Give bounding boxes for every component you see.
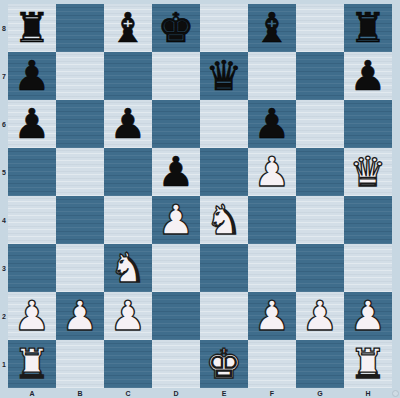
square-c8[interactable]: ♝ xyxy=(104,4,152,52)
square-g2[interactable]: ♟ xyxy=(296,292,344,340)
square-f6[interactable]: ♟ xyxy=(248,100,296,148)
square-e4[interactable]: ♞ xyxy=(200,196,248,244)
file-label-g: G xyxy=(296,388,344,398)
square-g6[interactable] xyxy=(296,100,344,148)
square-a6[interactable]: ♟ xyxy=(8,100,56,148)
piece-black-queen[interactable]: ♛ xyxy=(200,52,248,100)
file-label-d: D xyxy=(152,388,200,398)
square-a8[interactable]: ♜ xyxy=(8,4,56,52)
square-a7[interactable]: ♟ xyxy=(8,52,56,100)
square-g3[interactable] xyxy=(296,244,344,292)
square-f5[interactable]: ♟ xyxy=(248,148,296,196)
square-c6[interactable]: ♟ xyxy=(104,100,152,148)
square-f4[interactable] xyxy=(248,196,296,244)
piece-white-pawn[interactable]: ♟ xyxy=(344,292,392,340)
piece-white-pawn[interactable]: ♟ xyxy=(8,292,56,340)
square-c5[interactable] xyxy=(104,148,152,196)
piece-black-pawn[interactable]: ♟ xyxy=(8,100,56,148)
square-h8[interactable]: ♜ xyxy=(344,4,392,52)
piece-white-queen[interactable]: ♛ xyxy=(344,148,392,196)
square-b6[interactable] xyxy=(56,100,104,148)
file-label-c: C xyxy=(104,388,152,398)
square-b8[interactable] xyxy=(56,4,104,52)
piece-white-pawn[interactable]: ♟ xyxy=(56,292,104,340)
square-d7[interactable] xyxy=(152,52,200,100)
piece-black-king[interactable]: ♚ xyxy=(152,4,200,52)
rank-label-8: 8 xyxy=(0,4,8,52)
square-e3[interactable] xyxy=(200,244,248,292)
piece-black-pawn[interactable]: ♟ xyxy=(8,52,56,100)
square-g4[interactable] xyxy=(296,196,344,244)
square-d3[interactable] xyxy=(152,244,200,292)
rank-label-2: 2 xyxy=(0,292,8,340)
square-a2[interactable]: ♟ xyxy=(8,292,56,340)
file-label-h: H xyxy=(344,388,392,398)
square-c3[interactable]: ♞ xyxy=(104,244,152,292)
square-f3[interactable] xyxy=(248,244,296,292)
piece-white-pawn[interactable]: ♟ xyxy=(296,292,344,340)
file-label-e: E xyxy=(200,388,248,398)
square-g7[interactable] xyxy=(296,52,344,100)
square-d2[interactable] xyxy=(152,292,200,340)
square-b4[interactable] xyxy=(56,196,104,244)
rank-label-6: 6 xyxy=(0,100,8,148)
piece-black-pawn[interactable]: ♟ xyxy=(152,148,200,196)
square-a1[interactable]: ♜ xyxy=(8,340,56,388)
square-f8[interactable]: ♝ xyxy=(248,4,296,52)
corner-dot xyxy=(392,390,399,397)
square-h1[interactable]: ♜ xyxy=(344,340,392,388)
square-h2[interactable]: ♟ xyxy=(344,292,392,340)
piece-white-pawn[interactable]: ♟ xyxy=(152,196,200,244)
square-h6[interactable] xyxy=(344,100,392,148)
piece-black-rook[interactable]: ♜ xyxy=(344,4,392,52)
piece-black-pawn[interactable]: ♟ xyxy=(104,100,152,148)
piece-black-rook[interactable]: ♜ xyxy=(8,4,56,52)
square-d5[interactable]: ♟ xyxy=(152,148,200,196)
rank-label-1: 1 xyxy=(0,340,8,388)
rank-label-4: 4 xyxy=(0,196,8,244)
square-f7[interactable] xyxy=(248,52,296,100)
piece-white-rook[interactable]: ♜ xyxy=(8,340,56,388)
file-label-b: B xyxy=(56,388,104,398)
rank-label-3: 3 xyxy=(0,244,8,292)
square-e5[interactable] xyxy=(200,148,248,196)
rank-label-7: 7 xyxy=(0,52,8,100)
square-g8[interactable] xyxy=(296,4,344,52)
file-labels: ABCDEFGH xyxy=(8,388,392,398)
piece-white-pawn[interactable]: ♟ xyxy=(248,148,296,196)
square-b7[interactable] xyxy=(56,52,104,100)
square-f2[interactable]: ♟ xyxy=(248,292,296,340)
square-d4[interactable]: ♟ xyxy=(152,196,200,244)
square-c1[interactable] xyxy=(104,340,152,388)
square-e2[interactable] xyxy=(200,292,248,340)
square-h4[interactable] xyxy=(344,196,392,244)
square-b5[interactable] xyxy=(56,148,104,196)
piece-white-knight[interactable]: ♞ xyxy=(104,244,152,292)
square-h3[interactable] xyxy=(344,244,392,292)
file-label-f: F xyxy=(248,388,296,398)
square-b2[interactable]: ♟ xyxy=(56,292,104,340)
square-a4[interactable] xyxy=(8,196,56,244)
square-e6[interactable] xyxy=(200,100,248,148)
square-c7[interactable] xyxy=(104,52,152,100)
piece-white-rook[interactable]: ♜ xyxy=(344,340,392,388)
square-d6[interactable] xyxy=(152,100,200,148)
piece-white-pawn[interactable]: ♟ xyxy=(248,292,296,340)
rank-labels: 87654321 xyxy=(0,4,8,388)
square-c2[interactable]: ♟ xyxy=(104,292,152,340)
square-d1[interactable] xyxy=(152,340,200,388)
square-d8[interactable]: ♚ xyxy=(152,4,200,52)
square-g1[interactable] xyxy=(296,340,344,388)
piece-black-pawn[interactable]: ♟ xyxy=(248,100,296,148)
piece-black-bishop[interactable]: ♝ xyxy=(104,4,152,52)
square-f1[interactable] xyxy=(248,340,296,388)
square-a3[interactable] xyxy=(8,244,56,292)
file-label-a: A xyxy=(8,388,56,398)
square-b3[interactable] xyxy=(56,244,104,292)
chess-app: 87654321 ♜♝♚♝♜♟♛♟♟♟♟♟♟♛♟♞♞♟♟♟♟♟♟♜♚♜ ABCD… xyxy=(0,0,400,398)
square-e1[interactable]: ♚ xyxy=(200,340,248,388)
square-h5[interactable]: ♛ xyxy=(344,148,392,196)
square-h7[interactable]: ♟ xyxy=(344,52,392,100)
square-g5[interactable] xyxy=(296,148,344,196)
piece-black-bishop[interactable]: ♝ xyxy=(248,4,296,52)
square-c4[interactable] xyxy=(104,196,152,244)
square-a5[interactable] xyxy=(8,148,56,196)
square-e8[interactable] xyxy=(200,4,248,52)
chess-board: ♜♝♚♝♜♟♛♟♟♟♟♟♟♛♟♞♞♟♟♟♟♟♟♜♚♜ xyxy=(8,4,392,388)
piece-white-king[interactable]: ♚ xyxy=(200,340,248,388)
piece-white-pawn[interactable]: ♟ xyxy=(104,292,152,340)
piece-black-pawn[interactable]: ♟ xyxy=(344,52,392,100)
square-b1[interactable] xyxy=(56,340,104,388)
rank-label-5: 5 xyxy=(0,148,8,196)
square-e7[interactable]: ♛ xyxy=(200,52,248,100)
piece-white-knight[interactable]: ♞ xyxy=(200,196,248,244)
